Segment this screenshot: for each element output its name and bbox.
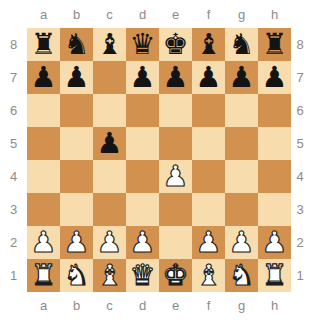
piece-white-knight-g1[interactable]: ♞ [225, 259, 258, 292]
square-c4[interactable] [93, 160, 126, 193]
square-d7[interactable]: ♟ [126, 61, 159, 94]
piece-white-pawn-d2[interactable]: ♟ [126, 226, 159, 259]
piece-white-pawn-e4[interactable]: ♟ [159, 160, 192, 193]
square-c8[interactable]: ♝ [93, 28, 126, 61]
square-a1[interactable]: ♜ [27, 259, 60, 292]
file-label-bottom-a: a [27, 299, 60, 312]
piece-white-pawn-c2[interactable]: ♟ [93, 226, 126, 259]
piece-black-pawn-d7[interactable]: ♟ [126, 61, 159, 94]
chessboard-widget: abcdefgh 87654321 ♜♞♝♛♚♝♞♜♟♟♟♟♟♟♟♟♟♟♟♟♟♟… [0, 0, 309, 330]
file-label-top-h: h [258, 8, 291, 21]
square-d3[interactable] [126, 193, 159, 226]
piece-white-rook-h1[interactable]: ♜ [258, 259, 291, 292]
square-c3[interactable] [93, 193, 126, 226]
piece-white-pawn-f2[interactable]: ♟ [192, 226, 225, 259]
square-b8[interactable]: ♞ [60, 28, 93, 61]
piece-black-bishop-c8[interactable]: ♝ [93, 28, 126, 61]
rank-labels-right: 87654321 [291, 28, 309, 292]
rank-label-left-5: 5 [0, 127, 27, 160]
square-c2[interactable]: ♟ [93, 226, 126, 259]
square-d1[interactable]: ♛ [126, 259, 159, 292]
rank-label-left-4: 4 [0, 160, 27, 193]
file-label-top-d: d [126, 8, 159, 21]
piece-black-pawn-f7[interactable]: ♟ [192, 61, 225, 94]
square-g1[interactable]: ♞ [225, 259, 258, 292]
square-g4[interactable] [225, 160, 258, 193]
piece-black-pawn-a7[interactable]: ♟ [27, 61, 60, 94]
piece-white-pawn-h2[interactable]: ♟ [258, 226, 291, 259]
square-b2[interactable]: ♟ [60, 226, 93, 259]
piece-white-pawn-a2[interactable]: ♟ [27, 226, 60, 259]
square-d2[interactable]: ♟ [126, 226, 159, 259]
square-e6[interactable] [159, 94, 192, 127]
square-e1[interactable]: ♚ [159, 259, 192, 292]
square-a3[interactable] [27, 193, 60, 226]
square-h2[interactable]: ♟ [258, 226, 291, 259]
square-b3[interactable] [60, 193, 93, 226]
rank-label-left-2: 2 [0, 226, 27, 259]
square-b4[interactable] [60, 160, 93, 193]
square-h1[interactable]: ♜ [258, 259, 291, 292]
piece-black-pawn-c5[interactable]: ♟ [93, 127, 126, 160]
file-label-top-g: g [225, 8, 258, 21]
square-b1[interactable]: ♞ [60, 259, 93, 292]
piece-black-pawn-e7[interactable]: ♟ [159, 61, 192, 94]
square-c1[interactable]: ♝ [93, 259, 126, 292]
file-label-bottom-b: b [60, 299, 93, 312]
piece-white-rook-a1[interactable]: ♜ [27, 259, 60, 292]
square-h8[interactable]: ♜ [258, 28, 291, 61]
square-e8[interactable]: ♚ [159, 28, 192, 61]
square-d8[interactable]: ♛ [126, 28, 159, 61]
file-labels-bottom: abcdefgh [27, 292, 291, 330]
square-c7[interactable] [93, 61, 126, 94]
square-d5[interactable] [126, 127, 159, 160]
rank-label-right-6: 6 [291, 94, 309, 127]
rank-label-left-3: 3 [0, 193, 27, 226]
rank-label-left-7: 7 [0, 61, 27, 94]
square-e3[interactable] [159, 193, 192, 226]
square-h7[interactable]: ♟ [258, 61, 291, 94]
file-labels-top: abcdefgh [27, 0, 291, 28]
piece-black-queen-d8[interactable]: ♛ [126, 28, 159, 61]
piece-white-pawn-g2[interactable]: ♟ [225, 226, 258, 259]
square-f2[interactable]: ♟ [192, 226, 225, 259]
piece-black-pawn-b7[interactable]: ♟ [60, 61, 93, 94]
file-label-bottom-f: f [192, 299, 225, 312]
piece-white-bishop-c1[interactable]: ♝ [93, 259, 126, 292]
chess-board: ♜♞♝♛♚♝♞♜♟♟♟♟♟♟♟♟♟♟♟♟♟♟♟♟♜♞♝♛♚♝♞♜ [27, 28, 291, 292]
square-g3[interactable] [225, 193, 258, 226]
file-label-top-a: a [27, 8, 60, 21]
square-g5[interactable] [225, 127, 258, 160]
square-e7[interactable]: ♟ [159, 61, 192, 94]
square-f7[interactable]: ♟ [192, 61, 225, 94]
square-a5[interactable] [27, 127, 60, 160]
file-label-bottom-e: e [159, 299, 192, 312]
file-label-top-c: c [93, 8, 126, 21]
rank-label-right-5: 5 [291, 127, 309, 160]
piece-white-king-e1[interactable]: ♚ [159, 259, 192, 292]
rank-label-left-6: 6 [0, 94, 27, 127]
square-c5[interactable]: ♟ [93, 127, 126, 160]
square-h3[interactable] [258, 193, 291, 226]
square-a7[interactable]: ♟ [27, 61, 60, 94]
square-e2[interactable] [159, 226, 192, 259]
square-h6[interactable] [258, 94, 291, 127]
file-label-top-e: e [159, 8, 192, 21]
piece-black-rook-h8[interactable]: ♜ [258, 28, 291, 61]
piece-white-queen-d1[interactable]: ♛ [126, 259, 159, 292]
rank-label-right-1: 1 [291, 259, 309, 292]
piece-black-bishop-f8[interactable]: ♝ [192, 28, 225, 61]
square-e5[interactable] [159, 127, 192, 160]
square-h4[interactable] [258, 160, 291, 193]
rank-label-right-4: 4 [291, 160, 309, 193]
piece-white-bishop-f1[interactable]: ♝ [192, 259, 225, 292]
rank-labels-left: 87654321 [0, 28, 27, 292]
square-a6[interactable] [27, 94, 60, 127]
square-f3[interactable] [192, 193, 225, 226]
square-g2[interactable]: ♟ [225, 226, 258, 259]
rank-label-left-1: 1 [0, 259, 27, 292]
piece-white-pawn-b2[interactable]: ♟ [60, 226, 93, 259]
square-f6[interactable] [192, 94, 225, 127]
square-c6[interactable] [93, 94, 126, 127]
rank-label-right-8: 8 [291, 28, 309, 61]
piece-black-knight-g8[interactable]: ♞ [225, 28, 258, 61]
square-e4[interactable]: ♟ [159, 160, 192, 193]
square-g8[interactable]: ♞ [225, 28, 258, 61]
square-f8[interactable]: ♝ [192, 28, 225, 61]
square-d6[interactable] [126, 94, 159, 127]
rank-label-right-7: 7 [291, 61, 309, 94]
piece-white-knight-b1[interactable]: ♞ [60, 259, 93, 292]
file-label-bottom-c: c [93, 299, 126, 312]
file-label-bottom-h: h [258, 299, 291, 312]
square-b5[interactable] [60, 127, 93, 160]
piece-black-knight-b8[interactable]: ♞ [60, 28, 93, 61]
square-f5[interactable] [192, 127, 225, 160]
square-h5[interactable] [258, 127, 291, 160]
piece-black-pawn-h7[interactable]: ♟ [258, 61, 291, 94]
piece-black-pawn-g7[interactable]: ♟ [225, 61, 258, 94]
piece-black-rook-a8[interactable]: ♜ [27, 28, 60, 61]
square-a8[interactable]: ♜ [27, 28, 60, 61]
square-b6[interactable] [60, 94, 93, 127]
file-label-top-b: b [60, 8, 93, 21]
rank-label-left-8: 8 [0, 28, 27, 61]
square-b7[interactable]: ♟ [60, 61, 93, 94]
rank-label-right-2: 2 [291, 226, 309, 259]
file-label-top-f: f [192, 8, 225, 21]
rank-label-right-3: 3 [291, 193, 309, 226]
file-label-bottom-g: g [225, 299, 258, 312]
piece-black-king-e8[interactable]: ♚ [159, 28, 192, 61]
square-a2[interactable]: ♟ [27, 226, 60, 259]
square-a4[interactable] [27, 160, 60, 193]
square-d4[interactable] [126, 160, 159, 193]
square-g7[interactable]: ♟ [225, 61, 258, 94]
square-f1[interactable]: ♝ [192, 259, 225, 292]
file-label-bottom-d: d [126, 299, 159, 312]
square-g6[interactable] [225, 94, 258, 127]
square-f4[interactable] [192, 160, 225, 193]
